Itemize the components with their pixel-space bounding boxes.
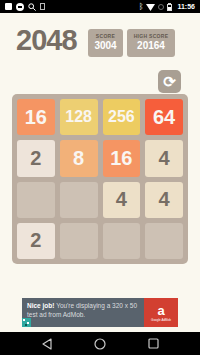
nav-back-button[interactable] — [40, 337, 53, 350]
back-icon — [42, 338, 52, 350]
tile-128: 128 — [60, 99, 98, 135]
high-score-box: HIGH SCORE 20164 — [127, 29, 175, 57]
empty-cell — [60, 182, 98, 218]
empty-cell — [103, 223, 141, 259]
status-bar-notifications — [5, 3, 45, 11]
tile-16: 16 — [17, 99, 55, 135]
notification-circle-icon — [16, 3, 24, 11]
clock: 11:56 — [177, 3, 195, 10]
battery-body — [167, 4, 172, 11]
bluetooth-icon: ᛒ — [139, 3, 144, 11]
admob-logo-block: a Google AdMob — [144, 298, 178, 327]
notification-circle-slot — [18, 6, 22, 8]
tile-2: 2 — [17, 223, 55, 259]
tile-16: 16 — [103, 140, 141, 176]
score-value: 3004 — [88, 40, 123, 51]
tile-8: 8 — [60, 140, 98, 176]
wifi-icon — [146, 3, 155, 11]
nav-home-button[interactable] — [94, 337, 107, 350]
admob-logo-icon: a — [157, 304, 164, 317]
home-icon — [94, 338, 106, 350]
board[interactable]: 161282566428164442 — [12, 94, 188, 264]
search-icon — [28, 3, 36, 11]
score-box: SCORE 3004 — [88, 29, 123, 57]
tile-256: 256 — [103, 99, 141, 135]
ad-text: Nice job! You're displaying a 320 x 50 t… — [27, 301, 141, 319]
tile-64: 64 — [145, 99, 183, 135]
android-nav-bar — [0, 332, 200, 355]
ad-headline: Nice job! — [27, 302, 54, 309]
high-score-value: 20164 — [127, 40, 175, 51]
nav-recents-button[interactable] — [147, 337, 160, 350]
status-bar-system-icons: ᛒ 11:56 — [139, 3, 195, 11]
status-bar: ᛒ 11:56 — [0, 0, 200, 13]
tile-4: 4 — [145, 140, 183, 176]
score-label: SCORE — [88, 33, 123, 39]
restart-icon: ⟳ — [163, 73, 176, 91]
dim-status-icon — [158, 4, 164, 10]
phone-screen: ᛒ 11:56 2048 SCORE 3004 HIGH SCORE 20164… — [0, 0, 200, 355]
ad-banner[interactable]: Nice job! You're displaying a 320 x 50 t… — [22, 298, 178, 327]
empty-cell — [17, 182, 55, 218]
high-score-label: HIGH SCORE — [127, 33, 175, 39]
recents-icon — [148, 338, 159, 349]
battery-icon — [167, 3, 172, 11]
screenshot-icon — [5, 3, 12, 10]
restart-button[interactable]: ⟳ — [158, 70, 181, 93]
tile-2: 2 — [17, 140, 55, 176]
ad-qr-icon — [22, 318, 31, 327]
tile-4: 4 — [145, 182, 183, 218]
empty-cell — [60, 223, 98, 259]
app-notification-icon — [40, 3, 45, 10]
game-title: 2048 — [16, 24, 77, 57]
tile-4: 4 — [103, 182, 141, 218]
empty-cell — [145, 223, 183, 259]
admob-wordmark: Google AdMob — [151, 318, 171, 322]
